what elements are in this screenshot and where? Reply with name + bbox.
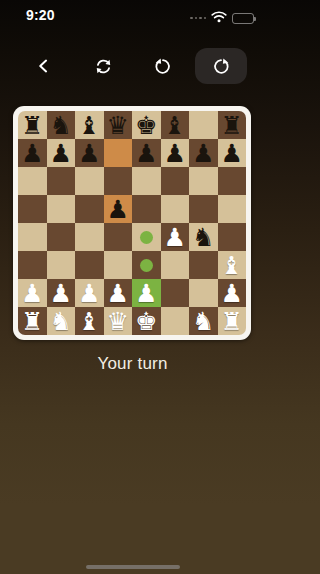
square-b7[interactable]: ♟ [47, 139, 76, 167]
battery-icon [232, 13, 254, 24]
black-bishop[interactable]: ♝ [164, 111, 186, 139]
cellular-signal-icon [190, 17, 206, 20]
black-king[interactable]: ♚ [135, 111, 157, 139]
status-bar: 9:20 [0, 0, 265, 30]
back-button[interactable] [18, 48, 70, 84]
black-queen[interactable]: ♛ [107, 111, 129, 139]
white-queen[interactable]: ♛ [107, 307, 129, 335]
square-d2[interactable]: ♟ [104, 279, 133, 307]
square-e7[interactable]: ♟ [132, 139, 161, 167]
square-b4[interactable] [47, 223, 76, 251]
white-rook[interactable]: ♜ [221, 307, 243, 335]
square-g6[interactable] [189, 167, 218, 195]
square-d3[interactable] [104, 251, 133, 279]
square-f5[interactable] [161, 195, 190, 223]
square-f2[interactable] [161, 279, 190, 307]
black-pawn[interactable]: ♟ [78, 139, 100, 167]
square-e2[interactable]: ♟ [132, 279, 161, 307]
square-g4[interactable]: ♞ [189, 223, 218, 251]
square-h6[interactable] [218, 167, 247, 195]
wifi-icon [211, 9, 227, 27]
chess-board-frame: ♜♞♝♛♚♝♜♟♟♟♟♟♟♟♟♟♞♝♟♟♟♟♟♟♜♞♝♛♚♞♜ [13, 106, 251, 340]
square-d8[interactable]: ♛ [104, 111, 133, 139]
square-f8[interactable]: ♝ [161, 111, 190, 139]
square-a3[interactable] [18, 251, 47, 279]
square-b6[interactable] [47, 167, 76, 195]
square-e4[interactable] [132, 223, 161, 251]
white-pawn[interactable]: ♟ [78, 279, 100, 307]
white-pawn[interactable]: ♟ [21, 279, 43, 307]
square-h4[interactable] [218, 223, 247, 251]
turn-status-text: Your turn [0, 354, 265, 374]
square-f4[interactable]: ♟ [161, 223, 190, 251]
square-d6[interactable] [104, 167, 133, 195]
square-g7[interactable]: ♟ [189, 139, 218, 167]
square-e3[interactable] [132, 251, 161, 279]
square-d5[interactable]: ♟ [104, 195, 133, 223]
undo-button[interactable] [136, 48, 188, 84]
white-bishop[interactable]: ♝ [221, 251, 243, 279]
black-pawn[interactable]: ♟ [50, 139, 72, 167]
square-c1[interactable]: ♝ [75, 307, 104, 335]
square-f1[interactable] [161, 307, 190, 335]
home-indicator[interactable] [86, 565, 180, 569]
black-rook[interactable]: ♜ [21, 111, 43, 139]
black-rook[interactable]: ♜ [221, 111, 243, 139]
square-c5[interactable] [75, 195, 104, 223]
restart-icon [93, 56, 114, 77]
square-a4[interactable] [18, 223, 47, 251]
clock-time: 9:20 [26, 7, 55, 23]
square-c6[interactable] [75, 167, 104, 195]
black-pawn[interactable]: ♟ [135, 139, 157, 167]
square-g1[interactable]: ♞ [189, 307, 218, 335]
square-g5[interactable] [189, 195, 218, 223]
white-king[interactable]: ♚ [135, 307, 157, 335]
black-pawn[interactable]: ♟ [221, 139, 243, 167]
square-h2[interactable]: ♟ [218, 279, 247, 307]
white-pawn[interactable]: ♟ [107, 279, 129, 307]
redo-button[interactable] [195, 48, 247, 84]
white-pawn[interactable]: ♟ [164, 223, 186, 251]
status-bar-icons [190, 9, 254, 27]
square-h3[interactable]: ♝ [218, 251, 247, 279]
square-f3[interactable] [161, 251, 190, 279]
white-bishop[interactable]: ♝ [78, 307, 100, 335]
square-h8[interactable]: ♜ [218, 111, 247, 139]
square-a5[interactable] [18, 195, 47, 223]
black-pawn[interactable]: ♟ [21, 139, 43, 167]
square-d1[interactable]: ♛ [104, 307, 133, 335]
square-g2[interactable] [189, 279, 218, 307]
square-a8[interactable]: ♜ [18, 111, 47, 139]
square-a1[interactable]: ♜ [18, 307, 47, 335]
square-e5[interactable] [132, 195, 161, 223]
square-f7[interactable]: ♟ [161, 139, 190, 167]
undo-icon [152, 56, 173, 77]
square-b5[interactable] [47, 195, 76, 223]
square-a2[interactable]: ♟ [18, 279, 47, 307]
square-c4[interactable] [75, 223, 104, 251]
square-d4[interactable] [104, 223, 133, 251]
square-g3[interactable] [189, 251, 218, 279]
white-pawn[interactable]: ♟ [50, 279, 72, 307]
square-e6[interactable] [132, 167, 161, 195]
square-c7[interactable]: ♟ [75, 139, 104, 167]
black-bishop[interactable]: ♝ [78, 111, 100, 139]
square-g8[interactable] [189, 111, 218, 139]
square-h5[interactable] [218, 195, 247, 223]
square-a7[interactable]: ♟ [18, 139, 47, 167]
square-c8[interactable]: ♝ [75, 111, 104, 139]
toolbar [18, 47, 247, 85]
white-pawn[interactable]: ♟ [135, 279, 157, 307]
square-f6[interactable] [161, 167, 190, 195]
square-e1[interactable]: ♚ [132, 307, 161, 335]
white-rook[interactable]: ♜ [21, 307, 43, 335]
black-knight[interactable]: ♞ [192, 223, 214, 251]
legal-move-dot[interactable] [140, 231, 153, 244]
square-b8[interactable]: ♞ [47, 111, 76, 139]
square-e8[interactable]: ♚ [132, 111, 161, 139]
restart-button[interactable] [77, 48, 129, 84]
square-d7[interactable] [104, 139, 133, 167]
square-c2[interactable]: ♟ [75, 279, 104, 307]
white-knight[interactable]: ♞ [50, 307, 72, 335]
legal-move-dot[interactable] [140, 259, 153, 272]
square-a6[interactable] [18, 167, 47, 195]
black-pawn[interactable]: ♟ [192, 139, 214, 167]
square-b2[interactable]: ♟ [47, 279, 76, 307]
black-pawn[interactable]: ♟ [164, 139, 186, 167]
chess-board: ♜♞♝♛♚♝♜♟♟♟♟♟♟♟♟♟♞♝♟♟♟♟♟♟♜♞♝♛♚♞♜ [18, 111, 246, 335]
square-b1[interactable]: ♞ [47, 307, 76, 335]
square-h1[interactable]: ♜ [218, 307, 247, 335]
square-h7[interactable]: ♟ [218, 139, 247, 167]
chevron-left-icon [34, 56, 54, 76]
square-b3[interactable] [47, 251, 76, 279]
black-pawn[interactable]: ♟ [107, 195, 129, 223]
white-pawn[interactable]: ♟ [221, 279, 243, 307]
black-knight[interactable]: ♞ [50, 111, 72, 139]
white-knight[interactable]: ♞ [192, 307, 214, 335]
square-c3[interactable] [75, 251, 104, 279]
redo-icon [211, 56, 232, 77]
